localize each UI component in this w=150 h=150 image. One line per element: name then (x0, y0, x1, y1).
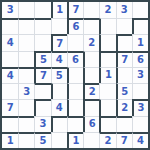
cell-r8c1[interactable] (2, 116, 18, 132)
given-digit: 2 (121, 103, 128, 113)
given-digit: 7 (121, 55, 128, 65)
cell-r8c3[interactable]: 3 (34, 116, 50, 132)
cell-r1c9[interactable] (132, 2, 148, 18)
cell-r7c7[interactable] (99, 99, 115, 115)
cell-r9c5[interactable]: 1 (67, 132, 83, 148)
cell-r9c8[interactable]: 7 (116, 132, 132, 148)
cell-r2c1[interactable] (2, 18, 18, 34)
cell-r2c2[interactable] (18, 18, 34, 34)
given-digit: 7 (121, 136, 128, 146)
given-digit: 4 (7, 38, 14, 48)
cell-r9c3[interactable]: 5 (34, 132, 50, 148)
cell-r3c8[interactable] (116, 34, 132, 50)
cell-r3c3[interactable] (34, 34, 50, 50)
cell-r6c6[interactable]: 2 (83, 83, 99, 99)
cell-r2c3[interactable] (34, 18, 50, 34)
cell-r1c4[interactable]: 1 (51, 2, 67, 18)
given-digit: 7 (40, 71, 47, 81)
cell-r4c3[interactable]: 5 (34, 51, 50, 67)
given-digit: 4 (56, 103, 63, 113)
cell-r2c7[interactable] (99, 18, 115, 34)
cell-r1c5[interactable]: 7 (67, 2, 83, 18)
cell-r7c6[interactable] (83, 99, 99, 115)
cell-r7c3[interactable] (34, 99, 50, 115)
cell-r4c2[interactable] (18, 51, 34, 67)
cell-r5c9[interactable]: 3 (132, 67, 148, 83)
cell-r6c9[interactable] (132, 83, 148, 99)
cell-r5c3[interactable]: 7 (34, 67, 50, 83)
cell-r9c9[interactable]: 4 (132, 132, 148, 148)
cell-r1c3[interactable] (34, 2, 50, 18)
given-digit: 1 (105, 70, 112, 80)
cell-r1c6[interactable] (83, 2, 99, 18)
cell-r6c4[interactable] (51, 83, 67, 99)
cell-r4c5[interactable]: 6 (67, 51, 83, 67)
given-digit: 5 (40, 55, 47, 65)
cell-r6c5[interactable] (67, 83, 83, 99)
given-digit: 7 (7, 103, 14, 113)
cell-r2c9[interactable] (132, 18, 148, 34)
cell-r7c1[interactable]: 7 (2, 99, 18, 115)
cell-r5c2[interactable] (18, 67, 34, 83)
cell-r4c6[interactable] (83, 51, 99, 67)
cell-r5c7[interactable]: 1 (99, 67, 115, 83)
given-digit: 1 (7, 136, 14, 146)
cell-r6c3[interactable] (34, 83, 50, 99)
cell-r6c8[interactable]: 5 (116, 83, 132, 99)
cell-r3c7[interactable] (99, 34, 115, 50)
given-digit: 6 (72, 55, 79, 65)
cell-r8c5[interactable] (67, 116, 83, 132)
cell-r5c1[interactable]: 4 (2, 67, 18, 83)
cell-r7c5[interactable] (67, 99, 83, 115)
cell-r1c7[interactable]: 2 (99, 2, 115, 18)
given-digit: 3 (137, 70, 144, 80)
given-digit: 4 (56, 55, 63, 65)
cell-r9c7[interactable]: 2 (99, 132, 115, 148)
cell-r7c8[interactable]: 2 (116, 99, 132, 115)
cell-r1c8[interactable]: 3 (116, 2, 132, 18)
cell-r9c1[interactable]: 1 (2, 132, 18, 148)
given-digit: 6 (137, 55, 144, 65)
cell-r3c6[interactable]: 2 (83, 34, 99, 50)
given-digit: 2 (89, 87, 96, 97)
given-digit: 7 (73, 5, 80, 15)
cell-r3c4[interactable]: 7 (51, 34, 67, 50)
cell-r4c9[interactable]: 6 (132, 51, 148, 67)
cell-r5c4[interactable]: 5 (51, 67, 67, 83)
cell-r8c2[interactable] (18, 116, 34, 132)
given-digit: 3 (137, 103, 144, 113)
given-digit: 5 (56, 71, 63, 81)
cell-r4c4[interactable]: 4 (51, 51, 67, 67)
cell-r7c2[interactable] (18, 99, 34, 115)
cell-r7c9[interactable]: 3 (132, 99, 148, 115)
given-digit: 6 (73, 22, 80, 32)
given-digit: 3 (40, 119, 47, 129)
given-digit: 1 (137, 38, 144, 48)
cell-r2c8[interactable] (116, 18, 132, 34)
cell-r1c1[interactable]: 3 (2, 2, 18, 18)
cell-r5c5[interactable] (67, 67, 83, 83)
cell-r3c1[interactable]: 4 (2, 34, 18, 50)
cell-r6c7[interactable] (99, 83, 115, 99)
cell-r3c9[interactable]: 1 (132, 34, 148, 50)
cell-r2c5[interactable]: 6 (67, 18, 83, 34)
cell-r8c8[interactable] (116, 116, 132, 132)
cell-r4c7[interactable] (99, 51, 115, 67)
given-digit: 1 (56, 5, 63, 15)
cell-r6c1[interactable] (2, 83, 18, 99)
cell-r5c8[interactable] (116, 67, 132, 83)
cell-r5c6[interactable] (83, 67, 99, 83)
cell-r9c2[interactable] (18, 132, 34, 148)
given-digit: 5 (121, 87, 128, 97)
given-digit: 4 (7, 71, 14, 81)
given-digit: 1 (73, 136, 80, 146)
given-digit: 3 (7, 5, 14, 15)
cell-r4c1[interactable] (2, 51, 18, 67)
puzzle-page: 31723647215467647513325742336151274 (0, 0, 150, 150)
cell-r2c4[interactable] (51, 18, 67, 34)
given-digit: 2 (104, 136, 111, 146)
given-digit: 7 (56, 39, 63, 49)
cell-r8c6[interactable]: 6 (83, 116, 99, 132)
given-digit: 2 (104, 5, 111, 15)
cell-r8c4[interactable] (51, 116, 67, 132)
cell-r1c2[interactable] (18, 2, 34, 18)
cell-r2c6[interactable] (83, 18, 99, 34)
cell-r3c2[interactable] (18, 34, 34, 50)
given-digit: 4 (137, 136, 144, 146)
given-digit: 6 (89, 119, 96, 129)
given-digit: 3 (121, 5, 128, 15)
cell-r7c4[interactable]: 4 (51, 99, 67, 115)
given-digit: 2 (88, 38, 95, 48)
cell-r9c6[interactable] (83, 132, 99, 148)
cell-r9c4[interactable] (51, 132, 67, 148)
given-digit: 5 (40, 136, 47, 146)
cell-r8c9[interactable] (132, 116, 148, 132)
cell-r3c5[interactable] (67, 34, 83, 50)
given-digit: 3 (23, 87, 30, 97)
cell-r4c8[interactable]: 7 (116, 51, 132, 67)
cell-r6c2[interactable]: 3 (18, 83, 34, 99)
puzzle-board: 31723647215467647513325742336151274 (0, 0, 150, 150)
cell-r8c7[interactable] (99, 116, 115, 132)
